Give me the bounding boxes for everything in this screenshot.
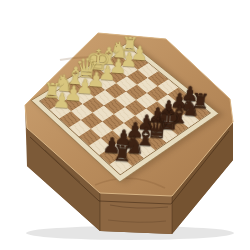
box-facet-front	[100, 193, 172, 234]
piece-black-rook: ♜	[103, 142, 140, 167]
square-a8: ♜	[110, 157, 132, 175]
square-a2: ♟	[50, 103, 71, 119]
product-photo: ♜♞♝♛♚♝♞♜♟♟♟♟♟♟♟♟♟♟♟♟♟♟♟♟♜♞♝♛♚♝♞♜	[0, 0, 250, 250]
piece-white-pawn: ♟	[43, 89, 79, 112]
